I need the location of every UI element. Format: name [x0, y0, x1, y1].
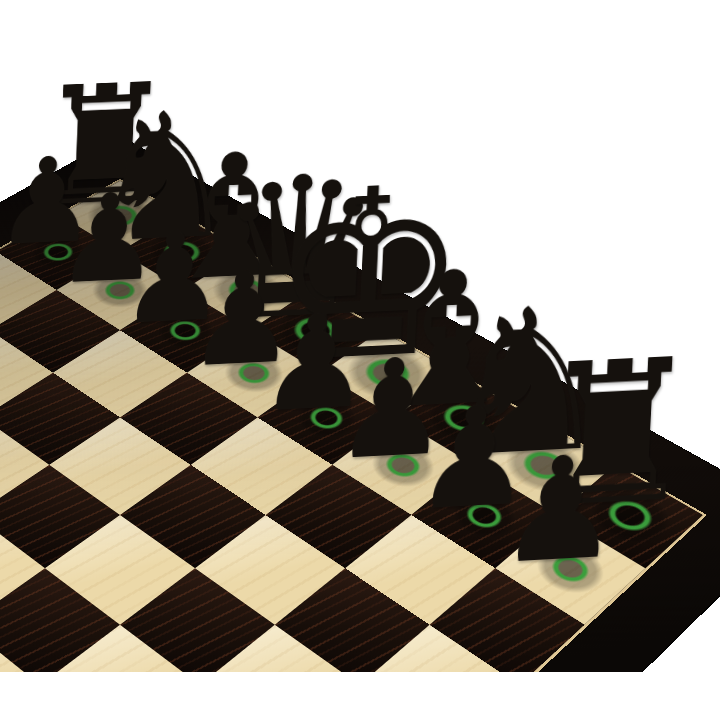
square-e4[interactable] — [45, 515, 195, 625]
board-squares: ♜♞♝♛♚♝♞♜♟♟♟♟♟♟♟♟ — [0, 181, 703, 720]
black-pawn-h7[interactable]: ♟ — [496, 435, 624, 584]
product-photo-scene: ♜♞♝♛♚♝♞♜♟♟♟♟♟♟♟♟ — [0, 0, 720, 720]
white-crop-bottom — [0, 672, 720, 720]
chess-board: ♜♞♝♛♚♝♞♜♟♟♟♟♟♟♟♟ — [0, 136, 720, 720]
